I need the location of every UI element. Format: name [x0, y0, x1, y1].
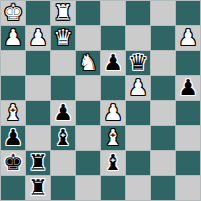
square-f7[interactable]: [126, 26, 150, 50]
square-f6[interactable]: ♛: [126, 51, 150, 75]
square-h5[interactable]: ♟: [176, 76, 200, 100]
white-pawn-piece[interactable]: ♟: [28, 26, 48, 50]
square-e1[interactable]: [101, 176, 125, 200]
square-b2[interactable]: ♜: [26, 151, 50, 175]
black-bishop-piece[interactable]: ♝: [103, 151, 123, 175]
square-h3[interactable]: [176, 126, 200, 150]
square-b4[interactable]: [26, 101, 50, 125]
square-c2[interactable]: [51, 151, 75, 175]
square-h6[interactable]: [176, 51, 200, 75]
square-c3[interactable]: ♝: [51, 126, 75, 150]
square-f5[interactable]: ♟: [126, 76, 150, 100]
square-f1[interactable]: [126, 176, 150, 200]
white-pawn-piece[interactable]: ♟: [103, 101, 123, 125]
square-d6[interactable]: ♞: [76, 51, 100, 75]
square-g8[interactable]: [151, 1, 175, 25]
square-f4[interactable]: [126, 101, 150, 125]
white-bishop-piece[interactable]: ♝: [103, 126, 123, 150]
white-bishop-piece[interactable]: ♝: [3, 101, 23, 125]
white-queen-piece[interactable]: ♛: [53, 26, 73, 50]
square-d2[interactable]: [76, 151, 100, 175]
square-e7[interactable]: [101, 26, 125, 50]
square-g7[interactable]: [151, 26, 175, 50]
square-c4[interactable]: ♟: [51, 101, 75, 125]
square-h2[interactable]: [176, 151, 200, 175]
black-bishop-piece[interactable]: ♝: [53, 126, 73, 150]
black-rook-piece[interactable]: ♜: [28, 176, 48, 200]
square-e3[interactable]: ♝: [101, 126, 125, 150]
white-rook-piece[interactable]: ♜: [53, 1, 73, 25]
white-pawn-piece[interactable]: ♟: [3, 26, 23, 50]
square-c6[interactable]: [51, 51, 75, 75]
square-e6[interactable]: ♟: [101, 51, 125, 75]
white-pawn-piece[interactable]: ♟: [128, 76, 148, 100]
square-f3[interactable]: [126, 126, 150, 150]
square-d1[interactable]: [76, 176, 100, 200]
black-queen-piece[interactable]: ♛: [128, 51, 148, 75]
square-e8[interactable]: [101, 1, 125, 25]
square-b3[interactable]: [26, 126, 50, 150]
square-d8[interactable]: [76, 1, 100, 25]
black-pawn-piece[interactable]: ♟: [178, 76, 198, 100]
square-d3[interactable]: [76, 126, 100, 150]
square-c1[interactable]: [51, 176, 75, 200]
square-b5[interactable]: [26, 76, 50, 100]
square-b1[interactable]: ♜: [26, 176, 50, 200]
square-c7[interactable]: ♛: [51, 26, 75, 50]
square-f2[interactable]: [126, 151, 150, 175]
square-g3[interactable]: [151, 126, 175, 150]
white-king-piece[interactable]: ♚: [3, 1, 23, 25]
black-pawn-piece[interactable]: ♟: [103, 51, 123, 75]
black-king-piece[interactable]: ♚: [3, 151, 23, 175]
square-b8[interactable]: [26, 1, 50, 25]
square-g5[interactable]: [151, 76, 175, 100]
square-f8[interactable]: [126, 1, 150, 25]
square-a2[interactable]: ♚: [1, 151, 25, 175]
square-d7[interactable]: [76, 26, 100, 50]
square-a3[interactable]: ♟: [1, 126, 25, 150]
square-d5[interactable]: [76, 76, 100, 100]
square-a7[interactable]: ♟: [1, 26, 25, 50]
square-a8[interactable]: ♚: [1, 1, 25, 25]
square-c5[interactable]: [51, 76, 75, 100]
black-rook-piece[interactable]: ♜: [28, 151, 48, 175]
square-g2[interactable]: [151, 151, 175, 175]
square-h8[interactable]: [176, 1, 200, 25]
square-e4[interactable]: ♟: [101, 101, 125, 125]
square-a5[interactable]: [1, 76, 25, 100]
square-c8[interactable]: ♜: [51, 1, 75, 25]
square-g1[interactable]: [151, 176, 175, 200]
square-g6[interactable]: [151, 51, 175, 75]
square-g4[interactable]: [151, 101, 175, 125]
square-e2[interactable]: ♝: [101, 151, 125, 175]
black-pawn-piece[interactable]: ♟: [3, 126, 23, 150]
square-d4[interactable]: [76, 101, 100, 125]
square-h4[interactable]: [176, 101, 200, 125]
square-a4[interactable]: ♝: [1, 101, 25, 125]
chess-board: ♚♜♟♟♛♟♞♟♛♟♟♝♟♟♟♝♝♚♜♝♜: [0, 0, 201, 201]
white-knight-piece[interactable]: ♞: [78, 51, 98, 75]
square-e5[interactable]: [101, 76, 125, 100]
square-a1[interactable]: [1, 176, 25, 200]
square-a6[interactable]: [1, 51, 25, 75]
square-b6[interactable]: [26, 51, 50, 75]
square-h1[interactable]: [176, 176, 200, 200]
square-h7[interactable]: ♟: [176, 26, 200, 50]
square-b7[interactable]: ♟: [26, 26, 50, 50]
white-pawn-piece[interactable]: ♟: [178, 26, 198, 50]
black-pawn-piece[interactable]: ♟: [53, 101, 73, 125]
